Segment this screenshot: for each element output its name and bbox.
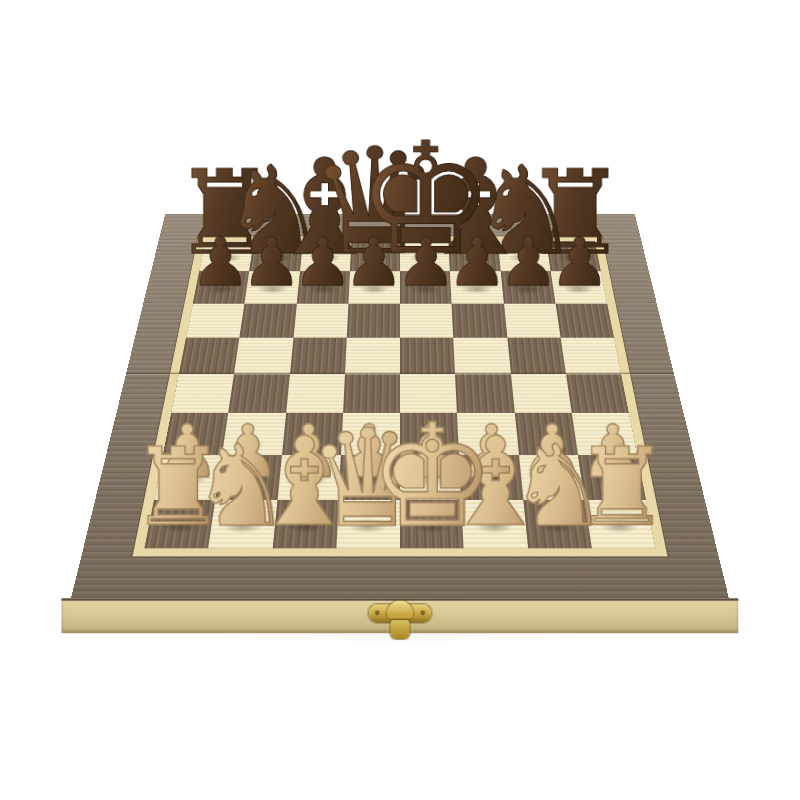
- board-grid: ♜♞♝♛♚♝♞♜♟♟♟♟♟♟♟♟♟♟♟♟♟♟♟♟♜♞♝♛♚♝♞♜: [145, 241, 656, 548]
- square-e6[interactable]: [400, 303, 453, 337]
- piece-white-king[interactable]: ♚: [368, 406, 495, 548]
- square-d7[interactable]: ♟: [348, 271, 400, 303]
- square-b6[interactable]: [240, 303, 297, 337]
- square-e5[interactable]: [400, 338, 455, 374]
- board-inner-border: ♜♞♝♛♚♝♞♜♟♟♟♟♟♟♟♟♟♟♟♟♟♟♟♟♜♞♝♛♚♝♞♜: [133, 236, 668, 556]
- square-g7[interactable]: ♟: [500, 271, 555, 303]
- square-c5[interactable]: [290, 338, 347, 374]
- square-h5[interactable]: [560, 338, 621, 374]
- square-g4[interactable]: [511, 374, 572, 413]
- product-photo-scene: ♜♞♝♛♚♝♞♜♟♟♟♟♟♟♟♟♟♟♟♟♟♟♟♟♜♞♝♛♚♝♞♜: [0, 0, 800, 800]
- square-a4[interactable]: [171, 374, 234, 413]
- square-f6[interactable]: [452, 303, 507, 337]
- chess-board: ♜♞♝♛♚♝♞♜♟♟♟♟♟♟♟♟♟♟♟♟♟♟♟♟♜♞♝♛♚♝♞♜: [71, 214, 729, 598]
- square-d5[interactable]: [345, 338, 400, 374]
- square-b5[interactable]: [234, 338, 293, 374]
- square-f7[interactable]: ♟: [450, 271, 503, 303]
- piece-black-pawn[interactable]: ♟: [550, 229, 610, 296]
- square-c6[interactable]: [293, 303, 348, 337]
- square-c7[interactable]: ♟: [296, 271, 349, 303]
- clasp-screw-right: [420, 610, 425, 615]
- square-g6[interactable]: [504, 303, 561, 337]
- clasp-screw-left: [375, 610, 380, 615]
- square-d6[interactable]: [347, 303, 400, 337]
- square-a6[interactable]: [186, 303, 245, 337]
- square-e1[interactable]: ♚: [400, 500, 464, 548]
- square-f5[interactable]: [453, 338, 510, 374]
- square-a5[interactable]: [179, 338, 240, 374]
- square-g5[interactable]: [507, 338, 566, 374]
- square-e7[interactable]: ♟: [400, 271, 452, 303]
- square-h4[interactable]: [566, 374, 629, 413]
- fold-seam: [126, 372, 675, 375]
- board-front-edge: [61, 598, 738, 633]
- clasp-tab: [390, 620, 409, 639]
- square-h6[interactable]: [555, 303, 614, 337]
- square-b7[interactable]: ♟: [245, 271, 300, 303]
- square-b4[interactable]: [228, 374, 289, 413]
- square-h7[interactable]: ♟: [551, 271, 608, 303]
